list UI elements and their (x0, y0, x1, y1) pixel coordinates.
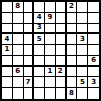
cell-r8c5[interactable] (45, 77, 56, 88)
cell-r4c3[interactable] (24, 34, 35, 45)
cell-r6c6[interactable] (56, 56, 67, 67)
cell-r4c4: 5 (34, 34, 45, 45)
cell-r8c8: 5 (77, 77, 88, 88)
cell-r4c6[interactable] (56, 34, 67, 45)
cell-r7c3[interactable] (24, 67, 35, 78)
cell-r1c4[interactable] (34, 2, 45, 13)
cell-r1c7: 2 (67, 2, 78, 13)
cell-r5c7[interactable] (67, 45, 78, 56)
cell-r2c3[interactable] (24, 13, 35, 24)
cell-r5c6[interactable] (56, 45, 67, 56)
cell-r9c5[interactable] (45, 88, 56, 99)
cell-r1c1[interactable] (2, 2, 13, 13)
cell-r6c5[interactable] (45, 56, 56, 67)
cell-r2c9[interactable] (88, 13, 99, 24)
cell-r8c3: 7 (24, 77, 35, 88)
cell-r8c6[interactable] (56, 77, 67, 88)
cell-r2c8[interactable] (77, 13, 88, 24)
cell-r4c7[interactable] (67, 34, 78, 45)
cell-r7c2: 6 (13, 67, 24, 78)
cell-r4c2[interactable] (13, 34, 24, 45)
cell-r3c9[interactable] (88, 24, 99, 35)
cell-r5c4[interactable] (34, 45, 45, 56)
cell-r3c1[interactable] (2, 24, 13, 35)
cell-r6c8[interactable] (77, 56, 88, 67)
cell-r4c8: 3 (77, 34, 88, 45)
cell-r1c9[interactable] (88, 2, 99, 13)
cell-r4c9[interactable] (88, 34, 99, 45)
cell-r3c7[interactable] (67, 24, 78, 35)
cell-r9c7: 8 (67, 88, 78, 99)
cell-r9c9[interactable] (88, 88, 99, 99)
cell-r6c3[interactable] (24, 56, 35, 67)
cell-r2c5: 9 (45, 13, 56, 24)
cell-r2c6[interactable] (56, 13, 67, 24)
cell-r6c4[interactable] (34, 56, 45, 67)
cell-r3c4: 3 (34, 24, 45, 35)
cell-r7c1[interactable] (2, 67, 13, 78)
cell-r9c1[interactable] (2, 88, 13, 99)
cell-r3c3[interactable] (24, 24, 35, 35)
cell-r7c5: 1 (45, 67, 56, 78)
cell-r6c9: 6 (88, 56, 99, 67)
cell-r5c2[interactable] (13, 45, 24, 56)
cell-r6c7[interactable] (67, 56, 78, 67)
cell-r8c4[interactable] (34, 77, 45, 88)
cell-r7c4[interactable] (34, 67, 45, 78)
cell-r1c3[interactable] (24, 2, 35, 13)
cell-r9c2[interactable] (13, 88, 24, 99)
cell-r9c3[interactable] (24, 88, 35, 99)
cell-r7c8[interactable] (77, 67, 88, 78)
cell-r1c6[interactable] (56, 2, 67, 13)
cell-r1c2: 8 (13, 2, 24, 13)
cell-r3c2[interactable] (13, 24, 24, 35)
cell-r3c5[interactable] (45, 24, 56, 35)
cell-r1c8[interactable] (77, 2, 88, 13)
cell-r5c1: 1 (2, 45, 13, 56)
cell-r9c4[interactable] (34, 88, 45, 99)
sudoku-board: 82493453166127538 (0, 0, 101, 101)
cell-r5c5[interactable] (45, 45, 56, 56)
cell-r2c7[interactable] (67, 13, 78, 24)
cell-r5c9[interactable] (88, 45, 99, 56)
cell-r5c8[interactable] (77, 45, 88, 56)
cell-r2c1[interactable] (2, 13, 13, 24)
cell-r2c4: 4 (34, 13, 45, 24)
cell-r2c2[interactable] (13, 13, 24, 24)
cell-r5c3[interactable] (24, 45, 35, 56)
cell-r8c1[interactable] (2, 77, 13, 88)
cell-r6c2[interactable] (13, 56, 24, 67)
cell-r3c6[interactable] (56, 24, 67, 35)
cell-r8c2[interactable] (13, 77, 24, 88)
cell-r4c1: 4 (2, 34, 13, 45)
cell-r6c1[interactable] (2, 56, 13, 67)
cell-r9c6[interactable] (56, 88, 67, 99)
cell-r4c5[interactable] (45, 34, 56, 45)
cell-r7c9[interactable] (88, 67, 99, 78)
cell-r9c8[interactable] (77, 88, 88, 99)
cell-r8c7[interactable] (67, 77, 78, 88)
cell-r7c6: 2 (56, 67, 67, 78)
cell-r3c8[interactable] (77, 24, 88, 35)
cell-r1c5[interactable] (45, 2, 56, 13)
cell-r8c9: 3 (88, 77, 99, 88)
cell-r7c7[interactable] (67, 67, 78, 78)
